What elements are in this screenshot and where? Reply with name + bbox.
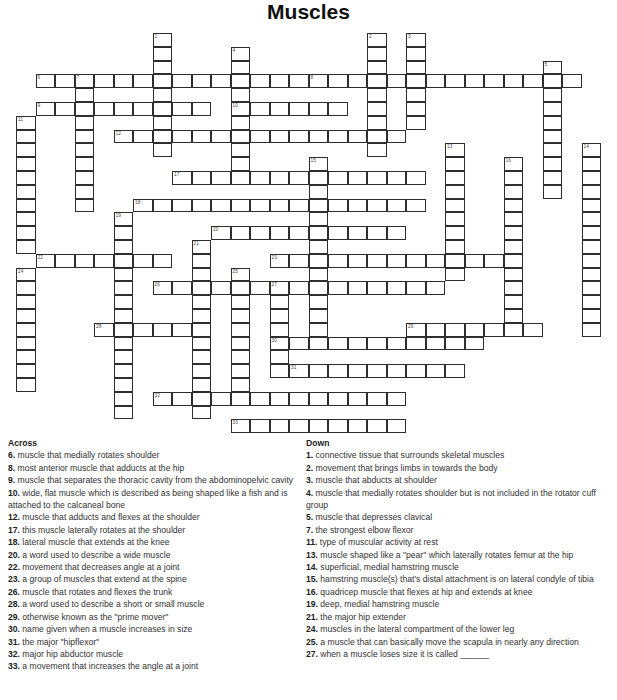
grid-cell [192, 254, 212, 268]
grid-cell [172, 323, 192, 337]
cell-number: 20 [213, 227, 218, 232]
grid-cell [55, 254, 75, 268]
grid-cell [289, 74, 309, 88]
grid-cell [387, 254, 407, 268]
grid-cell [582, 226, 602, 240]
grid-cell [426, 74, 446, 88]
grid-cell [406, 171, 426, 185]
grid-cell [582, 281, 602, 295]
grid-cell [387, 226, 407, 240]
grid-cell [309, 392, 329, 406]
clue-number: 8. [8, 463, 15, 473]
grid-cell [75, 199, 95, 213]
grid-cell [387, 337, 407, 351]
grid-cell [133, 130, 153, 144]
grid-cell [543, 102, 563, 116]
grid-cell [153, 323, 173, 337]
clue-item: 29. otherwise known as the "prime mover" [8, 611, 301, 623]
grid-cell [543, 157, 563, 171]
cell-number: 25 [233, 269, 238, 274]
grid-cell [328, 337, 348, 351]
grid-cell [309, 199, 329, 213]
grid-cell [309, 102, 329, 116]
grid-cell [133, 102, 153, 116]
grid-cell [192, 378, 212, 392]
grid-cell [231, 350, 251, 364]
grid-cell [231, 143, 251, 157]
grid-cell [543, 130, 563, 144]
down-clues-section: Down 1. connective tissue that surrounds… [306, 437, 612, 660]
grid-cell [309, 171, 329, 185]
grid-cell [543, 185, 563, 199]
across-clue-list: 6. muscle that medially rotates shoulder… [8, 449, 301, 672]
grid-cell [543, 171, 563, 185]
grid-cell [504, 212, 524, 226]
grid-cell: 26 [153, 281, 173, 295]
grid-cell [231, 88, 251, 102]
grid-cell [16, 337, 36, 351]
grid-cell [523, 323, 543, 337]
clue-item: 24. muscles in the lateral compartment o… [306, 623, 612, 635]
grid-cell [114, 323, 134, 337]
grid-cell: 17 [172, 171, 192, 185]
cell-number: 15 [311, 158, 316, 163]
cell-number: 9 [38, 103, 41, 108]
grid-cell [504, 295, 524, 309]
grid-cell [270, 323, 290, 337]
grid-cell: 7 [75, 74, 95, 88]
grid-cell [114, 337, 134, 351]
cell-number: 21 [194, 241, 199, 246]
grid-cell [114, 350, 134, 364]
grid-cell [289, 419, 309, 433]
grid-cell [75, 171, 95, 185]
grid-cell: 2 [367, 33, 387, 47]
grid-cell [289, 337, 309, 351]
grid-cell [192, 392, 212, 406]
grid-cell [309, 323, 329, 337]
clue-number: 26. [8, 587, 20, 597]
cell-number: 13 [447, 144, 452, 149]
grid-cell [348, 392, 368, 406]
grid-cell: 23 [270, 254, 290, 268]
grid-cell [445, 364, 465, 378]
grid-cell [367, 47, 387, 61]
grid-cell [270, 130, 290, 144]
grid-cell: 30 [270, 337, 290, 351]
grid-cell [270, 419, 290, 433]
clue-item: 21. the major hip extender [306, 611, 612, 623]
grid-cell [504, 199, 524, 213]
grid-cell: 28 [94, 323, 114, 337]
page-title: Muscles [0, 0, 617, 24]
grid-cell [309, 364, 329, 378]
cell-number: 3 [408, 34, 411, 39]
grid-cell [289, 254, 309, 268]
crossword-grid: 1234567891011121314151617181920212223242… [16, 33, 601, 433]
grid-cell [250, 171, 270, 185]
grid-cell [309, 419, 329, 433]
grid-cell [114, 268, 134, 282]
grid-cell [504, 171, 524, 185]
clue-item: 17. this muscle laterally rotates at the… [8, 524, 301, 536]
clue-number: 30. [8, 624, 20, 634]
grid-cell [16, 143, 36, 157]
grid-cell [133, 74, 153, 88]
clue-number: 10. [8, 488, 20, 498]
grid-cell: 11 [16, 116, 36, 130]
clue-number: 1. [306, 450, 313, 460]
grid-cell [270, 350, 290, 364]
grid-cell [192, 323, 212, 337]
grid-cell [406, 61, 426, 75]
grid-cell [16, 323, 36, 337]
grid-cell [348, 199, 368, 213]
grid-cell [192, 350, 212, 364]
grid-cell [387, 130, 407, 144]
grid-cell [250, 74, 270, 88]
grid-cell [231, 392, 251, 406]
grid-cell [231, 171, 251, 185]
grid-cell: 9 [36, 102, 56, 116]
grid-cell [153, 74, 173, 88]
grid-cell [328, 199, 348, 213]
cell-number: 22 [38, 255, 43, 260]
clue-number: 25. [306, 637, 318, 647]
grid-cell [114, 240, 134, 254]
grid-cell [153, 130, 173, 144]
grid-cell: 4 [231, 47, 251, 61]
grid-cell [504, 74, 524, 88]
across-heading: Across [8, 437, 301, 449]
grid-cell [114, 281, 134, 295]
grid-cell [114, 226, 134, 240]
grid-cell [426, 254, 446, 268]
grid-cell [348, 419, 368, 433]
grid-cell [75, 102, 95, 116]
grid-cell [387, 281, 407, 295]
grid-cell: 33 [231, 419, 251, 433]
grid-cell [406, 116, 426, 130]
grid-cell: 16 [504, 157, 524, 171]
grid-cell: 13 [445, 143, 465, 157]
grid-cell [309, 240, 329, 254]
grid-cell [55, 102, 75, 116]
clue-item: 25. a muscle that can basically move the… [306, 636, 612, 648]
clue-item: 22. movement that decreases angle at a j… [8, 561, 301, 573]
grid-cell [55, 74, 75, 88]
clue-number: 14. [306, 562, 318, 572]
clue-item: 18. lateral muscle that extends at the k… [8, 536, 301, 548]
grid-cell [367, 171, 387, 185]
grid-cell [16, 240, 36, 254]
clue-item: 19. deep, medial hamstring muscle [306, 598, 612, 610]
clue-item: 30. name given when a muscle increases i… [8, 623, 301, 635]
grid-cell [445, 323, 465, 337]
clue-number: 19. [306, 599, 318, 609]
grid-cell: 10 [231, 102, 251, 116]
grid-cell [426, 323, 446, 337]
clue-item: 2. movement that brings limbs in towards… [306, 462, 612, 474]
grid-cell [114, 254, 134, 268]
clue-item: 16. quadricep muscle that flexes at hip … [306, 586, 612, 598]
grid-cell [192, 281, 212, 295]
grid-cell [270, 199, 290, 213]
cell-number: 28 [96, 324, 101, 329]
grid-cell [387, 171, 407, 185]
clue-number: 6. [8, 450, 15, 460]
grid-cell [250, 102, 270, 116]
cell-number: 32 [155, 393, 160, 398]
grid-cell: 32 [153, 392, 173, 406]
grid-cell: 6 [36, 74, 56, 88]
grid-cell [192, 199, 212, 213]
grid-cell [504, 185, 524, 199]
clue-number: 11. [306, 537, 317, 547]
grid-cell [289, 226, 309, 240]
cell-number: 30 [272, 338, 277, 343]
grid-cell [406, 102, 426, 116]
grid-cell [309, 337, 329, 351]
grid-cell [192, 364, 212, 378]
clue-item: 4. muscle that medially rotates shoulder… [306, 487, 612, 512]
grid-cell [231, 281, 251, 295]
grid-cell [367, 337, 387, 351]
grid-cell [582, 254, 602, 268]
grid-cell [231, 337, 251, 351]
cell-number: 33 [233, 420, 238, 425]
clue-item: 5. muscle that depresses clavical [306, 511, 612, 523]
grid-cell [231, 323, 251, 337]
grid-cell [211, 199, 231, 213]
clue-number: 4. [306, 488, 313, 498]
grid-cell [582, 240, 602, 254]
cell-number: 4 [233, 48, 236, 53]
clue-item: 28. a word used to describe a short or s… [8, 598, 301, 610]
grid-cell [250, 392, 270, 406]
grid-cell [543, 88, 563, 102]
grid-cell [153, 199, 173, 213]
clue-item: 26. muscle that rotates and flexes the t… [8, 586, 301, 598]
grid-cell [504, 309, 524, 323]
grid-cell [153, 88, 173, 102]
clue-item: 33. a movement that increases the angle … [8, 660, 301, 672]
grid-cell [348, 74, 368, 88]
grid-cell [250, 419, 270, 433]
clue-number: 22. [8, 562, 20, 572]
grid-cell [348, 337, 368, 351]
grid-cell [328, 281, 348, 295]
cell-number: 16 [506, 158, 511, 163]
grid-cell [309, 268, 329, 282]
grid-cell [153, 143, 173, 157]
grid-cell [192, 295, 212, 309]
grid-cell: 8 [309, 74, 329, 88]
grid-cell [504, 281, 524, 295]
grid-cell [231, 61, 251, 75]
grid-cell [504, 268, 524, 282]
grid-cell [348, 171, 368, 185]
grid-cell [387, 74, 407, 88]
grid-cell [192, 74, 212, 88]
clue-number: 13. [306, 550, 318, 560]
grid-cell [367, 130, 387, 144]
clue-number: 20. [8, 550, 20, 560]
grid-cell [465, 254, 485, 268]
grid-cell [348, 130, 368, 144]
grid-cell [309, 295, 329, 309]
clue-number: 31. [8, 637, 20, 647]
grid-cell: 12 [114, 130, 134, 144]
grid-cell [231, 309, 251, 323]
grid-cell [289, 130, 309, 144]
grid-cell [16, 212, 36, 226]
cell-number: 18 [135, 200, 140, 205]
grid-cell: 29 [406, 323, 426, 337]
grid-cell [445, 212, 465, 226]
grid-cell [114, 74, 134, 88]
grid-cell: 3 [406, 33, 426, 47]
grid-cell [445, 171, 465, 185]
grid-cell [16, 378, 36, 392]
grid-cell [94, 254, 114, 268]
grid-cell [231, 130, 251, 144]
down-clue-list: 1. connective tissue that surrounds skel… [306, 449, 612, 660]
grid-cell [16, 350, 36, 364]
grid-cell [172, 102, 192, 116]
grid-cell [309, 226, 329, 240]
grid-cell [16, 226, 36, 240]
grid-cell [270, 295, 290, 309]
grid-cell: 22 [36, 254, 56, 268]
grid-cell [114, 392, 134, 406]
grid-cell [133, 323, 153, 337]
grid-cell [114, 295, 134, 309]
grid-cell [114, 309, 134, 323]
grid-cell [426, 337, 446, 351]
grid-cell [465, 337, 485, 351]
grid-cell [582, 185, 602, 199]
grid-cell [231, 116, 251, 130]
grid-cell [328, 171, 348, 185]
grid-cell [16, 157, 36, 171]
grid-cell [270, 309, 290, 323]
grid-cell [172, 392, 192, 406]
clue-item: 20. a word used to describe a wide muscl… [8, 549, 301, 561]
cell-number: 6 [38, 75, 41, 80]
grid-cell [582, 309, 602, 323]
grid-cell [445, 226, 465, 240]
grid-cell [211, 392, 231, 406]
grid-cell [192, 337, 212, 351]
grid-cell [231, 226, 251, 240]
grid-cell [484, 254, 504, 268]
clue-number: 5. [306, 512, 313, 522]
grid-cell [289, 281, 309, 295]
grid-cell [445, 157, 465, 171]
grid-cell: 5 [543, 61, 563, 75]
grid-cell [367, 199, 387, 213]
clue-number: 33. [8, 661, 20, 671]
grid-cell [465, 323, 485, 337]
grid-cell: 20 [211, 226, 231, 240]
grid-cell [75, 130, 95, 144]
grid-cell [270, 171, 290, 185]
clue-item: 32. major hip abductor muscle [8, 648, 301, 660]
grid-cell [445, 199, 465, 213]
grid-cell [114, 364, 134, 378]
cell-number: 17 [174, 172, 179, 177]
grid-cell: 25 [231, 268, 251, 282]
grid-cell [543, 74, 563, 88]
grid-cell [231, 199, 251, 213]
clue-item: 1. connective tissue that surrounds skel… [306, 449, 612, 461]
grid-cell [153, 61, 173, 75]
cell-number: 14 [584, 144, 589, 149]
grid-cell [328, 74, 348, 88]
grid-cell [75, 185, 95, 199]
grid-cell [367, 102, 387, 116]
grid-cell: 15 [309, 157, 329, 171]
clue-item: 27. when a muscle loses size it is calle… [306, 648, 612, 660]
grid-cell [270, 392, 290, 406]
grid-cell [367, 61, 387, 75]
grid-cell [114, 406, 134, 420]
grid-cell: 21 [192, 240, 212, 254]
grid-cell: 18 [133, 199, 153, 213]
grid-cell [16, 364, 36, 378]
grid-cell: 27 [270, 281, 290, 295]
grid-cell [387, 419, 407, 433]
clue-number: 23. [8, 574, 20, 584]
clue-number: 18. [8, 537, 20, 547]
grid-cell [250, 199, 270, 213]
clue-number: 17. [8, 525, 20, 535]
cell-number: 31 [291, 365, 296, 370]
cell-number: 8 [311, 75, 314, 80]
grid-cell [231, 74, 251, 88]
grid-cell [211, 281, 231, 295]
grid-cell [367, 88, 387, 102]
grid-cell [94, 74, 114, 88]
clue-item: 10. wide, flat muscle which is described… [8, 487, 301, 512]
grid-cell [387, 364, 407, 378]
grid-cell [16, 171, 36, 185]
grid-cell [75, 157, 95, 171]
grid-cell [406, 337, 426, 351]
clue-item: 7. the strongest elbow flexor [306, 524, 612, 536]
grid-cell [328, 226, 348, 240]
grid-cell [289, 199, 309, 213]
grid-cell [328, 254, 348, 268]
grid-cell [309, 254, 329, 268]
grid-cell [582, 295, 602, 309]
grid-cell [348, 254, 368, 268]
grid-cell [192, 309, 212, 323]
grid-cell [192, 268, 212, 282]
grid-cell [367, 364, 387, 378]
clue-number: 15. [306, 574, 318, 584]
grid-cell [309, 309, 329, 323]
grid-cell [406, 88, 426, 102]
grid-cell [114, 378, 134, 392]
cell-number: 5 [545, 62, 548, 67]
grid-cell [289, 171, 309, 185]
grid-cell [231, 378, 251, 392]
grid-cell [582, 212, 602, 226]
clue-number: 2. [306, 463, 313, 473]
grid-cell [445, 185, 465, 199]
